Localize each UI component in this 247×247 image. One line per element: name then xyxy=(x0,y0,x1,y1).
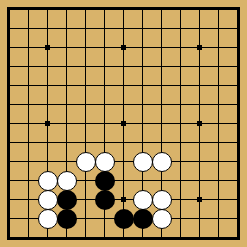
stone-white[interactable] xyxy=(133,152,153,172)
stone-black[interactable] xyxy=(57,209,77,229)
stone-black[interactable] xyxy=(133,209,153,229)
stone-white[interactable] xyxy=(95,152,115,172)
stone-white[interactable] xyxy=(152,152,172,172)
stone-white[interactable] xyxy=(133,190,153,210)
stone-white[interactable] xyxy=(38,190,58,210)
stone-white[interactable] xyxy=(57,171,77,191)
stone-black[interactable] xyxy=(95,190,115,210)
stone-white[interactable] xyxy=(38,209,58,229)
stone-black[interactable] xyxy=(57,190,77,210)
stone-white[interactable] xyxy=(152,209,172,229)
stone-black[interactable] xyxy=(95,171,115,191)
stones-layer[interactable] xyxy=(0,0,247,247)
stone-white[interactable] xyxy=(152,190,172,210)
stone-white[interactable] xyxy=(76,152,96,172)
stone-black[interactable] xyxy=(114,209,134,229)
stone-white[interactable] xyxy=(38,171,58,191)
go-board[interactable] xyxy=(0,0,247,247)
